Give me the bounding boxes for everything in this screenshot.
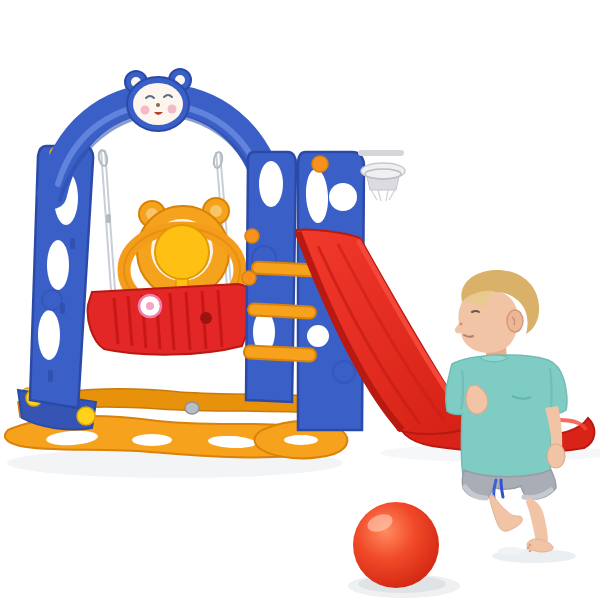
- ladder-rung: [248, 303, 317, 319]
- ladder-rung: [252, 261, 317, 276]
- eye: [472, 311, 479, 312]
- toe: [529, 544, 532, 547]
- toe: [527, 547, 530, 550]
- base-wheel: [185, 402, 199, 414]
- raised-leg: [489, 495, 522, 531]
- ladder-rung: [244, 345, 317, 362]
- play-ball: [348, 502, 460, 598]
- paw-print: [200, 312, 212, 324]
- far-hand: [547, 444, 565, 468]
- knob: [245, 229, 259, 243]
- wheel-center: [155, 225, 209, 279]
- basketball-hoop: [358, 150, 405, 201]
- ball: [353, 502, 439, 588]
- scene-image: [0, 0, 600, 600]
- standing-leg: [526, 497, 548, 542]
- swing-right-post: [242, 152, 296, 402]
- bear-face-medallion: [125, 69, 191, 131]
- product-photo: [0, 0, 600, 600]
- toddler: [446, 270, 567, 552]
- nostril: [460, 323, 463, 326]
- toe: [529, 550, 532, 553]
- knob: [312, 156, 328, 172]
